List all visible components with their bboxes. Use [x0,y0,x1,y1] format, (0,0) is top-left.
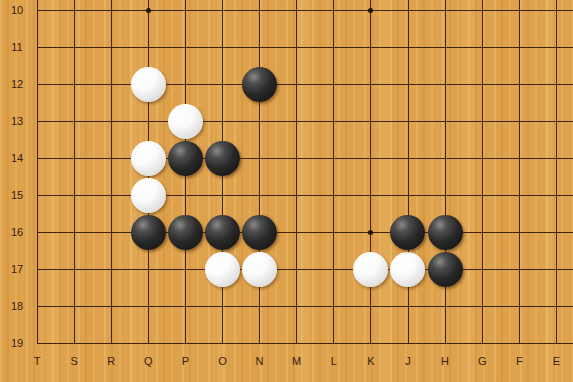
row-label-15: 15 [4,188,30,202]
stone-white-J17[interactable] [390,252,425,287]
grid-line-row-13 [37,121,573,122]
col-label-G: G [469,354,495,368]
row-label-17: 17 [4,262,30,276]
grid-line-col-L [333,0,334,344]
grid-line-row-12 [37,84,573,85]
grid-line-col-F [519,0,520,344]
col-label-S: S [61,354,87,368]
row-label-12: 12 [4,77,30,91]
star-point-K10 [368,8,373,13]
grid-line-row-15 [37,195,573,196]
row-label-18: 18 [4,299,30,313]
stone-white-P13[interactable] [168,104,203,139]
stone-white-Q14[interactable] [131,141,166,176]
row-label-19: 19 [4,336,30,350]
stone-black-O16[interactable] [205,215,240,250]
row-label-10: 10 [4,3,30,17]
col-label-Q: Q [135,354,161,368]
stone-black-Q16[interactable] [131,215,166,250]
stone-black-N12[interactable] [242,67,277,102]
go-board[interactable]: 10111213141516171819TSRQPONMLKJHGFE [0,0,573,382]
stone-black-P16[interactable] [168,215,203,250]
col-label-E: E [543,354,569,368]
col-label-L: L [321,354,347,368]
row-label-14: 14 [4,151,30,165]
grid-line-row-17 [37,269,573,270]
grid-line-row-10 [37,10,573,11]
grid-line-col-T [37,0,38,344]
star-point-Q10 [146,8,151,13]
stone-white-K17[interactable] [353,252,388,287]
col-label-K: K [358,354,384,368]
row-label-16: 16 [4,225,30,239]
row-label-13: 13 [4,114,30,128]
stone-black-J16[interactable] [390,215,425,250]
grid-line-col-N [259,0,260,344]
stone-black-H17[interactable] [428,252,463,287]
col-label-H: H [432,354,458,368]
col-label-J: J [395,354,421,368]
stone-black-O14[interactable] [205,141,240,176]
grid-line-col-R [111,0,112,344]
col-label-T: T [24,354,50,368]
grid-line-row-18 [37,306,573,307]
col-label-N: N [247,354,273,368]
grid-line-row-16 [37,232,573,233]
stone-white-Q12[interactable] [131,67,166,102]
stone-black-N16[interactable] [242,215,277,250]
stone-black-H16[interactable] [428,215,463,250]
grid-line-col-K [370,0,371,344]
grid-line-row-19 [37,343,573,344]
col-label-O: O [210,354,236,368]
grid-line-col-H [445,0,446,344]
grid-line-row-11 [37,47,573,48]
col-label-R: R [98,354,124,368]
stone-white-Q15[interactable] [131,178,166,213]
col-label-P: P [172,354,198,368]
row-label-11: 11 [4,40,30,54]
star-point-K16 [368,230,373,235]
grid-line-row-14 [37,158,573,159]
col-label-M: M [284,354,310,368]
grid-line-col-S [74,0,75,344]
grid-line-col-E [556,0,557,344]
col-label-F: F [506,354,532,368]
stone-black-P14[interactable] [168,141,203,176]
stone-white-O17[interactable] [205,252,240,287]
grid-line-col-M [296,0,297,344]
grid-line-col-G [482,0,483,344]
grid-line-col-J [408,0,409,344]
stone-white-N17[interactable] [242,252,277,287]
